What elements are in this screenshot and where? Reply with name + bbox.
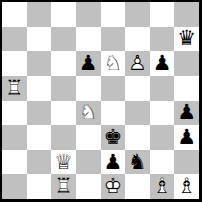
- square-f8[interactable]: [125, 2, 150, 27]
- white-bishop-fill: ♝: [150, 174, 175, 199]
- square-f4[interactable]: [125, 101, 150, 126]
- white-rook: ♖: [51, 174, 76, 199]
- square-a7[interactable]: [2, 27, 27, 52]
- black-pawn: ♟: [76, 51, 101, 76]
- square-h8[interactable]: [174, 2, 199, 27]
- white-queen-fill: ♛: [51, 150, 76, 175]
- white-knight: ♘: [101, 51, 126, 76]
- square-g2[interactable]: [150, 150, 175, 175]
- square-g1[interactable]: ♝♗: [150, 174, 175, 199]
- square-h2[interactable]: [174, 150, 199, 175]
- white-queen: ♕: [51, 150, 76, 175]
- white-bishop-fill: ♝: [174, 174, 199, 199]
- white-rook-fill: ♜: [2, 76, 27, 101]
- square-a8[interactable]: [2, 2, 27, 27]
- white-knight-fill: ♞: [76, 101, 101, 126]
- chess-board: ♛♟♞♘♟♙♟♜♖♞♘♟♚♟♛♕♟♞♜♖♚♔♝♗♝♗: [0, 0, 202, 202]
- black-king: ♚: [101, 125, 126, 150]
- square-c5[interactable]: [51, 76, 76, 101]
- square-b5[interactable]: [27, 76, 52, 101]
- square-e5[interactable]: [101, 76, 126, 101]
- square-a2[interactable]: [2, 150, 27, 175]
- square-e7[interactable]: [101, 27, 126, 52]
- square-g4[interactable]: [150, 101, 175, 126]
- black-pawn: ♟: [174, 125, 199, 150]
- square-e3[interactable]: ♚: [101, 125, 126, 150]
- square-d1[interactable]: [76, 174, 101, 199]
- square-a4[interactable]: [2, 101, 27, 126]
- square-b2[interactable]: [27, 150, 52, 175]
- square-f3[interactable]: [125, 125, 150, 150]
- square-e4[interactable]: [101, 101, 126, 126]
- square-b3[interactable]: [27, 125, 52, 150]
- white-rook-fill: ♜: [51, 174, 76, 199]
- white-king-fill: ♚: [101, 174, 126, 199]
- square-a6[interactable]: [2, 51, 27, 76]
- square-e8[interactable]: [101, 2, 126, 27]
- square-a3[interactable]: [2, 125, 27, 150]
- square-g7[interactable]: [150, 27, 175, 52]
- white-king: ♔: [101, 174, 126, 199]
- white-bishop: ♗: [174, 174, 199, 199]
- square-d6[interactable]: ♟: [76, 51, 101, 76]
- black-pawn: ♟: [174, 101, 199, 126]
- square-d4[interactable]: ♞♘: [76, 101, 101, 126]
- square-a1[interactable]: [2, 174, 27, 199]
- square-b8[interactable]: [27, 2, 52, 27]
- square-d5[interactable]: [76, 76, 101, 101]
- white-pawn: ♙: [125, 51, 150, 76]
- square-d7[interactable]: [76, 27, 101, 52]
- square-c8[interactable]: [51, 2, 76, 27]
- square-c6[interactable]: [51, 51, 76, 76]
- black-queen: ♛: [174, 27, 199, 52]
- square-h4[interactable]: ♟: [174, 101, 199, 126]
- square-f7[interactable]: [125, 27, 150, 52]
- square-g6[interactable]: ♟: [150, 51, 175, 76]
- square-b4[interactable]: [27, 101, 52, 126]
- white-knight: ♘: [76, 101, 101, 126]
- black-pawn: ♟: [101, 150, 126, 175]
- white-knight-fill: ♞: [101, 51, 126, 76]
- square-a5[interactable]: ♜♖: [2, 76, 27, 101]
- square-c7[interactable]: [51, 27, 76, 52]
- square-f2[interactable]: ♞: [125, 150, 150, 175]
- square-e6[interactable]: ♞♘: [101, 51, 126, 76]
- square-b7[interactable]: [27, 27, 52, 52]
- square-e1[interactable]: ♚♔: [101, 174, 126, 199]
- square-c2[interactable]: ♛♕: [51, 150, 76, 175]
- square-g8[interactable]: [150, 2, 175, 27]
- square-b1[interactable]: [27, 174, 52, 199]
- square-c3[interactable]: [51, 125, 76, 150]
- square-f6[interactable]: ♟♙: [125, 51, 150, 76]
- square-h1[interactable]: ♝♗: [174, 174, 199, 199]
- black-pawn: ♟: [150, 51, 175, 76]
- black-knight: ♞: [125, 150, 150, 175]
- white-pawn-fill: ♟: [125, 51, 150, 76]
- square-d3[interactable]: [76, 125, 101, 150]
- square-d8[interactable]: [76, 2, 101, 27]
- square-b6[interactable]: [27, 51, 52, 76]
- square-e2[interactable]: ♟: [101, 150, 126, 175]
- square-g5[interactable]: [150, 76, 175, 101]
- square-c1[interactable]: ♜♖: [51, 174, 76, 199]
- square-h5[interactable]: [174, 76, 199, 101]
- square-h3[interactable]: ♟: [174, 125, 199, 150]
- square-f5[interactable]: [125, 76, 150, 101]
- square-h6[interactable]: [174, 51, 199, 76]
- square-g3[interactable]: [150, 125, 175, 150]
- white-bishop: ♗: [150, 174, 175, 199]
- square-c4[interactable]: [51, 101, 76, 126]
- white-rook: ♖: [2, 76, 27, 101]
- square-h7[interactable]: ♛: [174, 27, 199, 52]
- square-d2[interactable]: [76, 150, 101, 175]
- square-f1[interactable]: [125, 174, 150, 199]
